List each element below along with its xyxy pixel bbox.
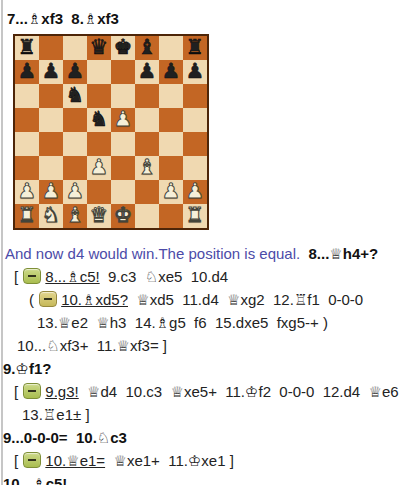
square-b6 [39,84,63,108]
square-h5 [183,108,207,132]
white-piece-h1: ♜ [186,203,205,227]
square-e8: ♚ [111,36,135,60]
square-a6 [15,84,39,108]
mainline-moves-9: 9.♔f1? [3,357,415,380]
paren-open[interactable]: ( [29,291,38,308]
square-g7: ♟ [159,60,183,84]
bracket-open[interactable]: [ [14,383,22,400]
square-e4 [111,132,135,156]
square-b2: ♟ [39,180,63,204]
square-f3: ♝ [135,156,159,180]
square-c7: ♟ [63,60,87,84]
variation-line-13re1: 13.♖e1± ] [22,403,415,426]
square-b1: ♞ [39,204,63,228]
square-e5: ♟ [111,108,135,132]
square-a5 [15,108,39,132]
mainline-move-text[interactable]: 8...♕h4+? [300,245,378,262]
chess-board: ♜♛♚♝♜♟♟♟♟♟♟♞♞♟♟♝♟♟♟♟♟♜♞♝♛♚♜ [15,36,207,228]
white-piece-c2: ♟ [66,179,85,203]
black-piece-a8: ♜ [18,35,37,59]
commentary-line: And now d4 would win.The position is equ… [5,242,415,265]
square-e7 [111,60,135,84]
mainline-move-text[interactable]: 7...♗xf3 8.♗xf3 [7,10,119,27]
notation-pane: 7...♗xf3 8.♗xf3♜♛♚♝♜♟♟♟♟♟♟♞♞♟♟♝♟♟♟♟♟♜♞♝♛… [0,0,415,485]
square-b8 [39,36,63,60]
eval-minus-yellow-icon[interactable] [39,291,57,307]
square-a1: ♜ [15,204,39,228]
variation-line-9g3: [ 9.g3! ♕d4 10.c3 ♕xe5+ 11.♔f2 0-0-0 12.… [14,380,415,403]
black-piece-h8: ♜ [186,35,205,59]
square-c4 [63,132,87,156]
white-piece-h2: ♟ [186,179,205,203]
square-g1 [159,204,183,228]
black-piece-f8: ♝ [138,35,157,59]
variation-move-link[interactable]: 10.♗xd5? [61,291,128,308]
black-piece-c6: ♞ [66,83,85,107]
variation-move-link[interactable]: 8...♗c5! [45,268,99,285]
square-c5 [63,108,87,132]
variation-line-8bc5: [ 8...♗c5! 9.c3 ♘xe5 10.d4 [14,265,415,288]
square-h8: ♜ [183,36,207,60]
square-d3: ♟ [87,156,111,180]
square-d1: ♛ [87,204,111,228]
square-b3 [39,156,63,180]
black-piece-f7: ♟ [138,59,157,83]
square-f2 [135,180,159,204]
square-a7: ♟ [15,60,39,84]
square-e3 [111,156,135,180]
square-g3 [159,156,183,180]
mainline-move-text[interactable]: 10...♗c5! [3,475,67,485]
white-piece-c1: ♝ [66,203,85,227]
variation-line-10qe1: [ 10.♕e1= ♕xe1+ 11.♔xe1 ] [14,449,415,472]
white-piece-b2: ♟ [42,179,61,203]
square-f7: ♟ [135,60,159,84]
white-piece-e5: ♟ [114,107,133,131]
eval-minus-green-icon[interactable] [23,268,41,284]
square-c1: ♝ [63,204,87,228]
square-g2: ♟ [159,180,183,204]
square-h3 [183,156,207,180]
bracket-open[interactable]: [ [14,452,22,469]
white-piece-e1: ♚ [114,203,133,227]
square-f6 [135,84,159,108]
variation-moves-text[interactable]: ♕xd5 11.d4 ♕xg2 12.♖f1 0-0-0 [128,291,363,308]
square-c2: ♟ [63,180,87,204]
square-e6 [111,84,135,108]
square-g5 [159,108,183,132]
square-h6 [183,84,207,108]
variation-moves-text[interactable]: ♕d4 10.c3 ♕xe5+ 11.♔f2 0-0-0 12.d4 ♕e6 [79,383,399,400]
variation-moves-text[interactable]: 9.c3 ♘xe5 10.d4 [100,268,229,285]
square-a2: ♟ [15,180,39,204]
black-piece-g7: ♟ [162,59,181,83]
black-piece-h7: ♟ [186,59,205,83]
white-piece-b1: ♞ [42,203,61,227]
square-f5 [135,108,159,132]
variation-line-10nxf3: 10...♘xf3+ 11.♕xf3= ] [17,334,415,357]
white-piece-d1: ♛ [90,203,109,227]
variation-move-link[interactable]: 9.g3! [45,383,78,400]
white-piece-g2: ♟ [162,179,181,203]
white-piece-a2: ♟ [18,179,37,203]
mainline-moves-10: 10...♗c5! [3,472,415,485]
white-piece-f3: ♝ [138,155,157,179]
mainline-moves-9-10: 9...0-0-0= 10.♘c3 [3,426,415,449]
square-h2: ♟ [183,180,207,204]
black-piece-c7: ♟ [66,59,85,83]
square-a4 [15,132,39,156]
square-h7: ♟ [183,60,207,84]
square-h1: ♜ [183,204,207,228]
square-d7 [87,60,111,84]
mainline-move-text[interactable]: 9.♔f1? [3,360,51,377]
variation-moves-text[interactable]: 13.♖e1± ] [22,406,90,423]
variation-moves-text[interactable]: ♕xe1+ 11.♔xe1 ] [105,452,234,469]
variation-line-10bxd5: ( 10.♗xd5? ♕xd5 11.d4 ♕xg2 12.♖f1 0-0-0 [29,288,415,311]
square-f4 [135,132,159,156]
square-b5 [39,108,63,132]
square-d5: ♞ [87,108,111,132]
bracket-open[interactable]: [ [14,268,22,285]
square-e2 [111,180,135,204]
square-d4 [87,132,111,156]
square-b7: ♟ [39,60,63,84]
variation-moves-text[interactable]: 10...♘xf3+ 11.♕xf3= ] [17,337,167,354]
square-g4 [159,132,183,156]
square-d8: ♛ [87,36,111,60]
variation-moves-text[interactable]: 13.♕e2 ♕h3 14.♗g5 f6 15.dxe5 fxg5-+ ) [37,314,328,331]
square-d2 [87,180,111,204]
black-piece-d5: ♞ [90,107,109,131]
eval-minus-green-icon[interactable] [23,452,41,468]
black-piece-e8: ♚ [114,35,133,59]
variation-line-13qe2: 13.♕e2 ♕h3 14.♗g5 f6 15.dxe5 fxg5-+ ) [37,311,415,334]
square-f8: ♝ [135,36,159,60]
square-h4 [183,132,207,156]
black-piece-a7: ♟ [18,59,37,83]
commentary-text: And now d4 would win.The position is equ… [5,245,300,262]
chess-board-diagram: ♜♛♚♝♜♟♟♟♟♟♟♞♞♟♟♝♟♟♟♟♟♜♞♝♛♚♜ [13,34,209,230]
mainline-move-text[interactable]: 9...0-0-0= 10.♘c3 [3,429,127,446]
square-d6 [87,84,111,108]
white-piece-a1: ♜ [18,203,37,227]
square-e1: ♚ [111,204,135,228]
mainline-moves-7-8: 7...♗xf3 8.♗xf3 [7,7,415,30]
eval-minus-green-icon[interactable] [23,383,41,399]
square-g8 [159,36,183,60]
square-c8 [63,36,87,60]
square-c6: ♞ [63,84,87,108]
square-g6 [159,84,183,108]
variation-move-link[interactable]: 10.♕e1= [45,452,105,469]
square-a8: ♜ [15,36,39,60]
black-piece-b7: ♟ [42,59,61,83]
square-f1 [135,204,159,228]
square-a3 [15,156,39,180]
square-c3 [63,156,87,180]
white-piece-d3: ♟ [90,155,109,179]
square-b4 [39,132,63,156]
black-piece-d8: ♛ [90,35,109,59]
